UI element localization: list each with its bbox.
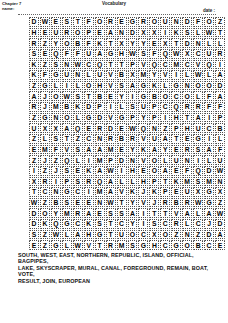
grid-cell: J <box>51 166 61 176</box>
grid-cell: S <box>29 230 39 240</box>
grid-cell: L <box>51 81 61 91</box>
grid-cell: Z <box>29 81 39 91</box>
grid-cell: R <box>62 28 72 38</box>
grid-cell: B <box>193 240 203 250</box>
grid-cell: O <box>160 230 170 240</box>
grid-cell: L <box>215 134 225 144</box>
grid-cell: K <box>95 38 105 48</box>
grid-cell: O <box>51 91 61 101</box>
grid-cell: Z <box>29 155 39 165</box>
grid-cell: Y <box>160 145 170 155</box>
grid-cell: G <box>171 240 181 250</box>
grid-cell: Y <box>128 198 138 208</box>
grid-cell: D <box>204 230 214 240</box>
grid-cell: O <box>84 81 94 91</box>
grid-cell: L <box>182 70 192 80</box>
grid-cell: I <box>138 208 148 218</box>
header-divider <box>18 14 216 15</box>
grid-cell: X <box>29 177 39 187</box>
grid-cell: V <box>62 145 72 155</box>
grid-cell: V <box>84 240 94 250</box>
grid-cell: G <box>51 240 61 250</box>
grid-cell: R <box>106 17 116 27</box>
grid-cell: H <box>171 113 181 123</box>
grid-cell: G <box>117 113 127 123</box>
grid-cell: M <box>182 177 192 187</box>
grid-cell: T <box>73 17 83 27</box>
grid-cell: C <box>204 123 214 133</box>
grid-cell: E <box>149 38 159 48</box>
grid-cell: R <box>29 102 39 112</box>
grid-cell: D <box>204 166 214 176</box>
grid-cell: S <box>182 28 192 38</box>
grid-cell: X <box>215 187 225 197</box>
grid-cell: I <box>106 102 116 112</box>
grid-cell: G <box>204 198 214 208</box>
grid-cell: W <box>128 123 138 133</box>
grid-cell: E <box>117 145 127 155</box>
grid-cell: Q <box>51 219 61 229</box>
grid-cell: K <box>40 219 50 229</box>
grid-cell: F <box>84 38 94 48</box>
grid-cell: W <box>51 230 61 240</box>
grid-cell: J <box>138 187 148 197</box>
grid-cell: Q <box>62 155 72 165</box>
grid-cell: L <box>215 38 225 48</box>
grid-cell: H <box>117 49 127 59</box>
date-label: date : <box>203 8 215 13</box>
grid-cell: A <box>84 145 94 155</box>
grid-cell: A <box>106 28 116 38</box>
grid-cell: F <box>40 70 50 80</box>
grid-cell: P <box>160 187 170 197</box>
grid-cell: I <box>62 81 72 91</box>
grid-cell: D <box>128 28 138 38</box>
grid-cell: T <box>215 28 225 38</box>
word-list-line: RESULT, JOIN, EUROPEAN <box>18 278 218 284</box>
grid-cell: Q <box>193 166 203 176</box>
grid-cell: D <box>29 17 39 27</box>
grid-cell: G <box>51 70 61 80</box>
grid-cell: A <box>84 208 94 218</box>
grid-cell: S <box>149 219 159 229</box>
grid-cell: L <box>84 70 94 80</box>
grid-cell: W <box>193 70 203 80</box>
grid-cell: N <box>51 187 61 197</box>
grid-cell: O <box>73 28 83 38</box>
grid-cell: S <box>73 177 83 187</box>
grid-cell: V <box>138 60 148 70</box>
grid-cell: J <box>40 91 50 101</box>
grid-cell: D <box>117 155 127 165</box>
grid-cell: E <box>95 28 105 38</box>
grid-cell: G <box>138 91 148 101</box>
grid-cell: A <box>95 145 105 155</box>
grid-cell: N <box>62 60 72 70</box>
grid-cell: F <box>215 102 225 112</box>
grid-cell: H <box>84 230 94 240</box>
grid-cell: M <box>204 177 214 187</box>
grid-cell: A <box>204 208 214 218</box>
worksheet-title: Vocabulary <box>0 1 228 6</box>
grid-cell: L <box>73 113 83 123</box>
grid-cell: J <box>149 198 159 208</box>
grid-cell: T <box>29 187 39 197</box>
grid-cell: G <box>106 49 116 59</box>
grid-cell: O <box>204 81 214 91</box>
grid-cell: S <box>117 208 127 218</box>
grid-cell: E <box>215 240 225 250</box>
grid-cell: Y <box>128 38 138 48</box>
grid-cell: Y <box>149 70 159 80</box>
grid-cell: N <box>171 17 181 27</box>
grid-cell: T <box>160 208 170 218</box>
grid-cell: A <box>128 208 138 218</box>
grid-cell: A <box>62 123 72 133</box>
grid-cell: P <box>128 60 138 70</box>
grid-cell: L <box>182 219 192 229</box>
grid-cell: E <box>106 91 116 101</box>
grid-cell: A <box>106 187 116 197</box>
grid-cell: G <box>62 187 72 197</box>
grid-cell: A <box>95 49 105 59</box>
grid-cell: B <box>51 198 61 208</box>
grid-cell: O <box>204 17 214 27</box>
grid-cell: U <box>51 28 61 38</box>
grid-cell: H <box>182 123 192 133</box>
grid-cell: A <box>215 70 225 80</box>
grid-cell: G <box>171 81 181 91</box>
grid-cell: O <box>40 208 50 218</box>
grid-cell: C <box>160 219 170 229</box>
grid-cell: C <box>73 187 83 197</box>
grid-cell: Q <box>160 49 170 59</box>
grid-cell: F <box>204 102 214 112</box>
grid-cell: T <box>95 240 105 250</box>
grid-cell: F <box>149 49 159 59</box>
grid-cell: E <box>73 198 83 208</box>
grid-cell: A <box>149 145 159 155</box>
grid-cell: R <box>40 177 50 187</box>
grid-cell: J <box>204 219 214 229</box>
grid-cell: K <box>73 102 83 112</box>
grid-cell: W <box>40 17 50 27</box>
grid-cell: V <box>138 134 148 144</box>
grid-cell: U <box>149 134 159 144</box>
grid-cell: D <box>215 219 225 229</box>
grid-cell: W <box>73 240 83 250</box>
grid-cell: I <box>29 166 39 176</box>
grid-cell: L <box>193 208 203 218</box>
grid-cell: A <box>182 208 192 218</box>
grid-cell: D <box>84 102 94 112</box>
grid-cell: N <box>117 28 127 38</box>
grid-cell: R <box>29 38 39 48</box>
grid-cell: X <box>149 230 159 240</box>
grid-cell: L <box>117 102 127 112</box>
grid-cell: I <box>171 70 181 80</box>
grid-cell: T <box>149 208 159 218</box>
grid-cell: Z <box>215 198 225 208</box>
grid-cell: M <box>40 145 50 155</box>
grid-cell: I <box>128 91 138 101</box>
grid-cell: T <box>84 91 94 101</box>
grid-cell: Q <box>204 60 214 70</box>
grid-cell: C <box>73 219 83 229</box>
grid-cell: T <box>106 219 116 229</box>
grid-cell: A <box>73 230 83 240</box>
grid-cell: E <box>182 134 192 144</box>
grid-cell: K <box>138 145 148 155</box>
grid-cell: B <box>117 70 127 80</box>
grid-cell: K <box>84 219 94 229</box>
grid-cell: P <box>128 113 138 123</box>
grid-cell: I <box>215 60 225 70</box>
grid-cell: C <box>160 102 170 112</box>
grid-cell: L <box>204 70 214 80</box>
grid-cell: I <box>204 134 214 144</box>
grid-cell: Z <box>40 38 50 48</box>
grid-cell: R <box>95 123 105 133</box>
grid-cell: G <box>40 113 50 123</box>
grid-cell: Q <box>95 177 105 187</box>
grid-cell: W <box>73 60 83 70</box>
grid-cell: Z <box>29 134 39 144</box>
grid-cell: E <box>117 17 127 27</box>
grid-cell: Q <box>149 60 159 70</box>
grid-cell: O <box>182 240 192 250</box>
grid-cell: L <box>62 240 72 250</box>
grid-cell: C <box>160 240 170 250</box>
grid-cell: H <box>29 28 39 38</box>
grid-cell: D <box>95 113 105 123</box>
grid-cell: E <box>73 166 83 176</box>
grid-cell: V <box>106 70 116 80</box>
grid-cell: W <box>193 198 203 208</box>
grid-cell: I <box>51 177 61 187</box>
grid-cell: W <box>62 91 72 101</box>
grid-cell: N <box>128 155 138 165</box>
grid-cell: A <box>95 166 105 176</box>
grid-cell: C <box>171 91 181 101</box>
grid-cell: C <box>138 230 148 240</box>
grid-cell: W <box>204 28 214 38</box>
grid-cell: Y <box>128 145 138 155</box>
grid-cell: S <box>62 198 72 208</box>
grid-cell: D <box>29 219 39 229</box>
grid-cell: G <box>128 17 138 27</box>
grid-cell: E <box>84 198 94 208</box>
grid-cell: Z <box>171 230 181 240</box>
grid-cell: Y <box>128 219 138 229</box>
grid-cell: I <box>160 28 170 38</box>
grid-cell: B <box>95 91 105 101</box>
grid-cell: C <box>40 187 50 197</box>
grid-cell: L <box>160 155 170 165</box>
grid-cell: Z <box>29 113 39 123</box>
grid-cell: H <box>149 240 159 250</box>
grid-cell: K <box>171 177 181 187</box>
grid-cell: K <box>29 60 39 70</box>
grid-cell: A <box>215 230 225 240</box>
grid-cell: A <box>160 166 170 176</box>
grid-cell: R <box>160 198 170 208</box>
grid-cell: S <box>138 49 148 59</box>
grid-cell: C <box>84 134 94 144</box>
grid-cell: R <box>138 17 148 27</box>
grid-cell: J <box>40 102 50 112</box>
grid-cell: C <box>160 60 170 70</box>
grid-cell: Z <box>40 198 50 208</box>
grid-cell: V <box>138 198 148 208</box>
grid-cell: Q <box>73 123 83 133</box>
grid-cell: I <box>84 187 94 197</box>
grid-cell: D <box>215 81 225 91</box>
grid-cell: H <box>128 166 138 176</box>
grid-cell: E <box>51 17 61 27</box>
grid-cell: P <box>149 102 159 112</box>
grid-cell: L <box>117 177 127 187</box>
grid-cell: M <box>62 208 72 218</box>
grid-cell: O <box>149 17 159 27</box>
grid-cell: S <box>62 166 72 176</box>
grid-cell: M <box>171 60 181 70</box>
grid-cell: W <box>215 208 225 218</box>
grid-cell: S <box>193 145 203 155</box>
grid-cell: T <box>117 198 127 208</box>
grid-cell: F <box>73 49 83 59</box>
grid-cell: B <box>73 38 83 48</box>
grid-cell: E <box>138 166 148 176</box>
grid-cell: I <box>117 166 127 176</box>
grid-cell: Y <box>51 38 61 48</box>
grid-cell: R <box>106 134 116 144</box>
grid-cell: G <box>138 240 148 250</box>
grid-cell: E <box>29 145 39 155</box>
grid-cell: U <box>138 102 148 112</box>
grid-cell: W <box>171 49 181 59</box>
word-list: SOUTH, WEST, EAST, NORTHERN, REPUBLIC, I… <box>18 252 218 284</box>
grid-cell: U <box>171 155 181 165</box>
grid-cell: L <box>160 81 170 91</box>
grid-cell: D <box>182 38 192 48</box>
grid-cell: Z <box>193 230 203 240</box>
grid-cell: R <box>84 177 94 187</box>
grid-cell: Q <box>171 102 181 112</box>
grid-cell: O <box>128 230 138 240</box>
grid-cell: P <box>95 102 105 112</box>
grid-cell: F <box>84 17 94 27</box>
grid-cell: S <box>193 177 203 187</box>
word-list-line: SOUTH, WEST, EAST, NORTHERN, REPUBLIC, I… <box>18 252 218 265</box>
grid-cell: N <box>73 70 83 80</box>
grid-cell: G <box>62 219 72 229</box>
grid-cell: U <box>204 49 214 59</box>
grid-cell: K <box>149 187 159 197</box>
grid-cell: F <box>193 17 203 27</box>
grid-cell: M <box>51 102 61 112</box>
grid-cell: F <box>62 49 72 59</box>
grid-cell: X <box>51 123 61 133</box>
grid-cell: D <box>106 123 116 133</box>
grid-cell: S <box>128 102 138 112</box>
grid-cell: L <box>73 155 83 165</box>
grid-cell: P <box>106 155 116 165</box>
grid-cell: M <box>95 187 105 197</box>
grid-cell: F <box>51 145 61 155</box>
grid-cell: T <box>160 177 170 187</box>
grid-cell: Z <box>40 230 50 240</box>
grid-cell: Z <box>51 155 61 165</box>
grid-cell: N <box>149 123 159 133</box>
grid-cell: F <box>215 145 225 155</box>
grid-cell: C <box>182 60 192 70</box>
grid-cell: Q <box>138 123 148 133</box>
grid-cell: C <box>117 219 127 229</box>
grid-cell: L <box>128 177 138 187</box>
grid-cell: R <box>182 102 192 112</box>
grid-cell: U <box>160 17 170 27</box>
grid-cell: S <box>106 208 116 218</box>
grid-cell: R <box>215 49 225 59</box>
grid-cell: A <box>204 145 214 155</box>
grid-cell: S <box>95 219 105 229</box>
grid-cell: G <box>40 81 50 91</box>
grid-cell: S <box>29 49 39 59</box>
grid-cell: I <box>193 155 203 165</box>
grid-cell: N <box>182 230 192 240</box>
grid-cell: O <box>149 166 159 176</box>
grid-cell: Z <box>215 17 225 27</box>
word-list-line: LAKE, SKYSCRAPER, MURAL, CANAL, FOREGROU… <box>18 265 218 278</box>
grid-cell: Q <box>51 49 61 59</box>
grid-cell: G <box>193 134 203 144</box>
grid-cell: Y <box>51 208 61 218</box>
grid-cell: I <box>204 113 214 123</box>
grid-cell: K <box>149 81 159 91</box>
grid-cell: X <box>160 38 170 48</box>
grid-cell: R <box>193 102 203 112</box>
grid-cell: J <box>40 155 50 165</box>
grid-cell: S <box>73 91 83 101</box>
grid-cell: R <box>171 219 181 229</box>
grid-cell: Y <box>138 113 148 123</box>
grid-cell: V <box>106 81 116 91</box>
grid-cell: R <box>73 208 83 218</box>
name-label: name: <box>2 6 21 11</box>
grid-cell: U <box>84 49 94 59</box>
grid-cell: B <box>62 102 72 112</box>
grid-cell: N <box>215 177 225 187</box>
grid-cell: K <box>128 187 138 197</box>
grid-cell: P <box>84 28 94 38</box>
grid-cell: T <box>106 60 116 70</box>
grid-cell: X <box>182 49 192 59</box>
grid-cell: V <box>160 70 170 80</box>
grid-cell: X <box>138 28 148 38</box>
grid-cell: E <box>95 208 105 218</box>
grid-cell: B <box>117 134 127 144</box>
grid-cell: Q <box>95 60 105 70</box>
grid-cell: E <box>171 166 181 176</box>
grid-cell: Z <box>73 134 83 144</box>
grid-cell: N <box>182 81 192 91</box>
grid-cell: K <box>84 166 94 176</box>
grid-cell: E <box>84 123 94 133</box>
grid-cell: A <box>160 134 170 144</box>
grid-cell: W <box>29 198 39 208</box>
grid-cell: T <box>117 60 127 70</box>
